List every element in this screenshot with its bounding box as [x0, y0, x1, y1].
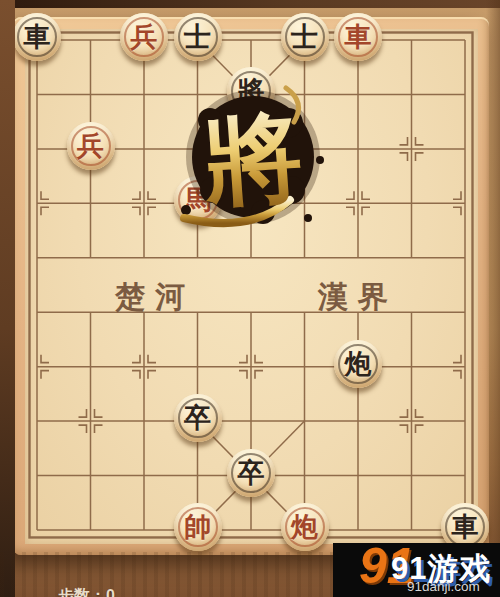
piece-ring — [338, 344, 378, 384]
piece-glyph: 兵 — [67, 122, 115, 170]
piece-red-兵[interactable]: 兵 — [67, 122, 115, 170]
piece-ring — [285, 507, 325, 547]
piece-glyph: 車 — [334, 13, 382, 61]
piece-glyph: 士 — [174, 13, 222, 61]
piece-glyph: 炮 — [334, 340, 382, 388]
piece-black-士[interactable]: 士 — [174, 13, 222, 61]
watermark-url: 91danji.com — [407, 579, 480, 594]
watermark-banner: 91 91游戏 91danji.com — [333, 543, 500, 597]
piece-glyph: 炮 — [281, 503, 329, 551]
piece-glyph: 卒 — [174, 394, 222, 442]
piece-ring — [17, 17, 57, 57]
table-edge-left — [0, 0, 15, 597]
piece-glyph: 卒 — [227, 449, 275, 497]
piece-black-車[interactable]: 車 — [13, 13, 61, 61]
piece-red-馬[interactable]: 馬 — [174, 176, 222, 224]
piece-glyph: 士 — [281, 13, 329, 61]
piece-black-卒[interactable]: 卒 — [174, 394, 222, 442]
piece-red-帥[interactable]: 帥 — [174, 503, 222, 551]
piece-ring — [285, 17, 325, 57]
piece-black-卒[interactable]: 卒 — [227, 449, 275, 497]
piece-ring — [178, 398, 218, 438]
piece-ring — [338, 17, 378, 57]
river-label-right: 漢界 — [317, 280, 398, 313]
piece-glyph: 帥 — [174, 503, 222, 551]
piece-ring — [231, 71, 271, 111]
piece-glyph: 馬 — [174, 176, 222, 224]
piece-black-炮[interactable]: 炮 — [334, 340, 382, 388]
piece-ring — [71, 126, 111, 166]
piece-ring — [231, 453, 271, 493]
piece-ring — [178, 17, 218, 57]
move-counter: 步数：0 — [58, 586, 115, 597]
piece-red-炮[interactable]: 炮 — [281, 503, 329, 551]
river-label-left: 楚河 — [114, 280, 195, 313]
piece-glyph: 兵 — [120, 13, 168, 61]
table-edge-right — [486, 0, 500, 597]
piece-ring — [178, 180, 218, 220]
piece-ring — [445, 507, 485, 547]
piece-red-車[interactable]: 車 — [334, 13, 382, 61]
piece-red-兵[interactable]: 兵 — [120, 13, 168, 61]
xiangqi-app-screen: 楚河漢界 車兵士士車將兵馬炮卒卒帥炮車 將 步 — [0, 0, 500, 597]
piece-glyph: 車 — [13, 13, 61, 61]
piece-black-士[interactable]: 士 — [281, 13, 329, 61]
piece-ring — [178, 507, 218, 547]
piece-ring — [124, 17, 164, 57]
